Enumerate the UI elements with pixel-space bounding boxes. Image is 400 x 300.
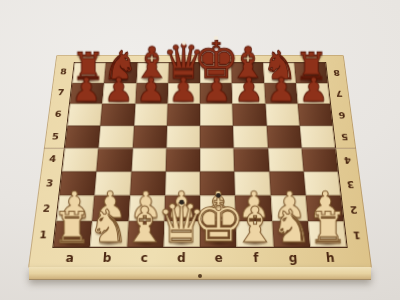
- square-e6[interactable]: [200, 104, 233, 126]
- square-e5[interactable]: [200, 125, 234, 147]
- squares-grid: ♜♞♝♛♚♝♞♜♟♟♟♟♟♟♟♟♟♟♟♟♟♟♟♟♜♞♝♛♚♝♞♜: [52, 62, 347, 248]
- square-f5[interactable]: [233, 125, 267, 147]
- rank-label-4-right: 4: [336, 148, 359, 172]
- square-g7[interactable]: ♟: [264, 83, 298, 104]
- square-f6[interactable]: [233, 104, 267, 126]
- clasp-dot: [198, 274, 202, 278]
- square-d1[interactable]: ♛: [163, 221, 200, 247]
- white-knight[interactable]: ♞: [271, 206, 312, 249]
- square-a5[interactable]: [65, 125, 101, 147]
- rank-label-5-left: 5: [44, 125, 67, 148]
- white-rook[interactable]: ♜: [309, 208, 348, 249]
- chess-board: 87654321 87654321 abcdefgh ♜♞♝♛♚♝♞♜♟♟♟♟♟…: [28, 55, 372, 268]
- black-pawn[interactable]: ♟: [299, 74, 329, 106]
- square-e4[interactable]: [200, 148, 234, 171]
- square-b7[interactable]: ♟: [102, 83, 136, 104]
- file-label-d: d: [163, 248, 201, 268]
- black-pawn[interactable]: ♟: [169, 74, 199, 106]
- rank-label-2-right: 2: [342, 196, 366, 222]
- square-c6[interactable]: [134, 104, 168, 126]
- black-pawn[interactable]: ♟: [136, 74, 166, 106]
- square-h4[interactable]: [301, 148, 337, 171]
- square-e7[interactable]: ♟: [200, 83, 233, 104]
- square-h1[interactable]: ♜: [308, 221, 347, 247]
- square-h6[interactable]: [298, 104, 333, 126]
- chess-board-scene: 87654321 87654321 abcdefgh ♜♞♝♛♚♝♞♜♟♟♟♟♟…: [28, 16, 372, 268]
- square-c7[interactable]: ♟: [135, 83, 168, 104]
- rank-label-6-left: 6: [47, 103, 69, 125]
- black-pawn[interactable]: ♟: [201, 74, 231, 106]
- file-label-g: g: [274, 248, 313, 268]
- rank-label-7-right: 7: [328, 82, 350, 103]
- rank-label-8-right: 8: [326, 62, 347, 82]
- square-a6[interactable]: [67, 104, 102, 126]
- square-b6[interactable]: [101, 104, 135, 126]
- black-pawn[interactable]: ♟: [234, 74, 264, 106]
- square-g6[interactable]: [265, 104, 299, 126]
- square-a7[interactable]: ♟: [70, 83, 104, 104]
- square-d5[interactable]: [166, 125, 200, 147]
- rank-label-6-right: 6: [331, 103, 353, 125]
- photo-background: 87654321 87654321 abcdefgh ♜♞♝♛♚♝♞♜♟♟♟♟♟…: [0, 0, 400, 300]
- square-f7[interactable]: ♟: [232, 83, 265, 104]
- black-pawn[interactable]: ♟: [267, 74, 297, 106]
- file-label-c: c: [125, 248, 163, 268]
- square-f4[interactable]: [234, 148, 269, 171]
- file-labels: abcdefgh: [50, 248, 350, 268]
- fold-seam: [44, 148, 356, 150]
- rank-label-1-right: 1: [345, 221, 370, 248]
- square-g1[interactable]: ♞: [272, 221, 310, 247]
- square-h5[interactable]: [299, 125, 335, 147]
- rank-label-5-right: 5: [333, 125, 356, 148]
- rank-label-4-left: 4: [41, 148, 64, 172]
- black-pawn[interactable]: ♟: [71, 74, 101, 106]
- file-label-a: a: [50, 248, 89, 268]
- white-rook[interactable]: ♜: [52, 208, 91, 249]
- square-b5[interactable]: [99, 125, 134, 147]
- file-label-e: e: [200, 248, 238, 268]
- box-front-edge: [29, 267, 371, 280]
- square-g5[interactable]: [266, 125, 301, 147]
- square-c4[interactable]: [131, 148, 166, 171]
- square-d4[interactable]: [166, 148, 200, 171]
- file-label-f: f: [237, 248, 275, 268]
- file-label-h: h: [311, 248, 350, 268]
- square-c5[interactable]: [132, 125, 166, 147]
- square-h7[interactable]: ♟: [296, 83, 330, 104]
- square-g4[interactable]: [268, 148, 304, 171]
- file-label-b: b: [88, 248, 127, 268]
- square-b4[interactable]: [97, 148, 133, 171]
- white-bishop[interactable]: ♝: [123, 202, 167, 249]
- square-d7[interactable]: ♟: [167, 83, 200, 104]
- square-a4[interactable]: [62, 148, 98, 171]
- square-a1[interactable]: ♜: [53, 221, 92, 247]
- square-c1[interactable]: ♝: [127, 221, 164, 247]
- rank-label-7-left: 7: [50, 82, 72, 103]
- white-bishop[interactable]: ♝: [233, 202, 277, 249]
- rank-label-3-right: 3: [339, 171, 363, 196]
- square-d6[interactable]: [167, 104, 200, 126]
- square-f1[interactable]: ♝: [236, 221, 273, 247]
- black-pawn[interactable]: ♟: [104, 74, 134, 106]
